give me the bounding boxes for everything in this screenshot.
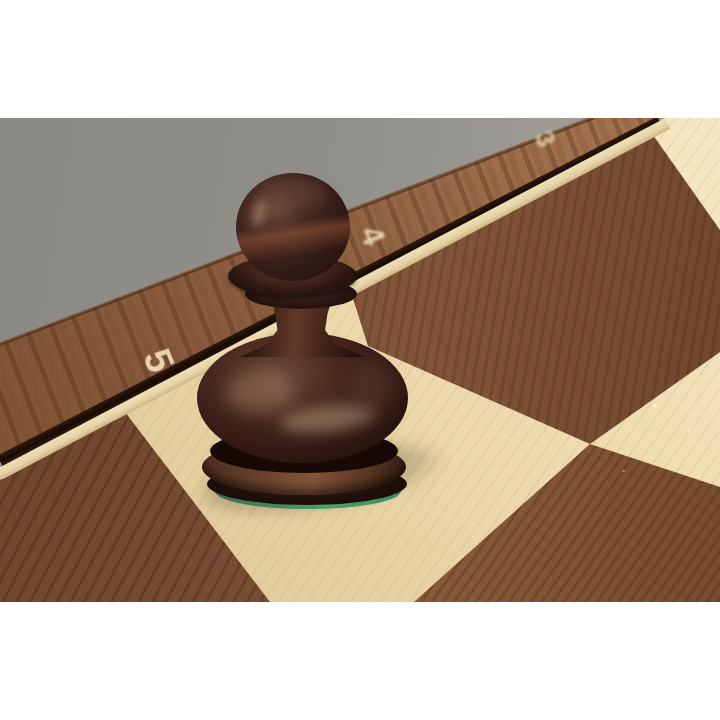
pawn-body-highlight: [225, 373, 295, 413]
pawn-body-highlight: [353, 361, 395, 413]
board-photo: 5 4 3: [0, 118, 720, 602]
dust-speck: [688, 430, 691, 433]
dust-speck: [653, 404, 657, 407]
pawn-head-top-patch: [258, 179, 328, 209]
black-pawn: [195, 173, 410, 523]
dust-speck: [622, 470, 625, 472]
